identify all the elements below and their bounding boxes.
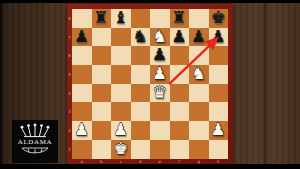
square-b6[interactable] [92, 46, 112, 65]
square-a3[interactable] [72, 102, 92, 121]
square-h5[interactable] [209, 65, 229, 84]
square-f6[interactable] [170, 46, 190, 65]
piece-black-knight: ♞ [131, 28, 151, 47]
file-label-d: d [131, 159, 151, 164]
square-f1[interactable] [170, 140, 190, 159]
square-b5[interactable] [92, 65, 112, 84]
square-d8[interactable] [131, 9, 151, 28]
square-h8[interactable]: ♚ [209, 9, 229, 28]
file-label-c: c [111, 159, 131, 164]
piece-black-bishop: ♝ [111, 9, 131, 28]
square-g8[interactable] [189, 9, 209, 28]
square-f5[interactable] [170, 65, 190, 84]
square-g5[interactable]: ♞ [189, 65, 209, 84]
piece-black-pawn: ♟ [170, 28, 190, 47]
square-h4[interactable] [209, 84, 229, 103]
file-label-b: b [92, 159, 112, 164]
square-b2[interactable] [92, 121, 112, 140]
square-d6[interactable] [131, 46, 151, 65]
piece-white-pawn: ♟ [150, 65, 170, 84]
piece-white-pawn: ♟ [72, 121, 92, 140]
square-f3[interactable] [170, 102, 190, 121]
square-e2[interactable] [150, 121, 170, 140]
square-d1[interactable] [131, 140, 151, 159]
piece-white-knight: ♞ [150, 28, 170, 47]
square-a4[interactable] [72, 84, 92, 103]
square-a1[interactable] [72, 140, 92, 159]
square-g6[interactable] [189, 46, 209, 65]
crown-base-icon [20, 147, 50, 155]
piece-black-pawn: ♟ [72, 28, 92, 47]
piece-black-king: ♚ [209, 9, 229, 28]
square-g3[interactable] [189, 102, 209, 121]
square-e8[interactable] [150, 9, 170, 28]
square-c4[interactable] [111, 84, 131, 103]
square-f8[interactable]: ♜ [170, 9, 190, 28]
square-c8[interactable]: ♝ [111, 9, 131, 28]
square-h2[interactable]: ♟ [209, 121, 229, 140]
square-e5[interactable]: ♟ [150, 65, 170, 84]
letterbox-bar-top [0, 0, 300, 3]
square-d7[interactable]: ♞ [131, 28, 151, 47]
piece-white-pawn: ♟ [209, 121, 229, 140]
square-d4[interactable] [131, 84, 151, 103]
square-a7[interactable]: ♟ [72, 28, 92, 47]
square-h3[interactable] [209, 102, 229, 121]
square-h1[interactable] [209, 140, 229, 159]
square-c2[interactable]: ♟ [111, 121, 131, 140]
square-b4[interactable] [92, 84, 112, 103]
square-d3[interactable] [131, 102, 151, 121]
crown-icon [18, 123, 52, 138]
piece-white-queen: ♛ [150, 84, 170, 103]
square-e4[interactable]: ♛ [150, 84, 170, 103]
square-a6[interactable] [72, 46, 92, 65]
square-c1[interactable]: ♚ [111, 140, 131, 159]
square-e3[interactable] [150, 102, 170, 121]
file-label-h: h [209, 159, 229, 164]
letterbox-bar-bottom [0, 165, 300, 169]
piece-white-pawn: ♟ [111, 121, 131, 140]
square-h6[interactable] [209, 46, 229, 65]
square-e6[interactable]: ♟ [150, 46, 170, 65]
square-e1[interactable] [150, 140, 170, 159]
file-label-a: a [72, 159, 92, 164]
square-b7[interactable] [92, 28, 112, 47]
square-a2[interactable]: ♟ [72, 121, 92, 140]
square-g4[interactable] [189, 84, 209, 103]
piece-black-rook: ♜ [92, 9, 112, 28]
square-b3[interactable] [92, 102, 112, 121]
chess-board-frame: 87654321 abcdefgh ♜♝♜♚♟♞♞♟♟♟♟♟♞♛♟♟♟♚ [67, 4, 233, 164]
square-g2[interactable] [189, 121, 209, 140]
piece-white-king: ♚ [111, 140, 131, 159]
square-d2[interactable] [131, 121, 151, 140]
file-label-e: e [150, 159, 170, 164]
square-a5[interactable] [72, 65, 92, 84]
piece-black-pawn: ♟ [209, 28, 229, 47]
square-a8[interactable] [72, 9, 92, 28]
chess-board: ♜♝♜♚♟♞♞♟♟♟♟♟♞♛♟♟♟♚ [72, 9, 228, 159]
piece-white-knight: ♞ [189, 65, 209, 84]
square-d5[interactable] [131, 65, 151, 84]
square-c5[interactable] [111, 65, 131, 84]
file-label-f: f [170, 159, 190, 164]
file-labels: abcdefgh [72, 159, 228, 164]
video-frame: 87654321 abcdefgh ♜♝♜♚♟♞♞♟♟♟♟♟♞♛♟♟♟♚ [0, 0, 300, 168]
piece-black-pawn: ♟ [150, 46, 170, 65]
square-h7[interactable]: ♟ [209, 28, 229, 47]
square-b8[interactable]: ♜ [92, 9, 112, 28]
square-f4[interactable] [170, 84, 190, 103]
square-b1[interactable] [92, 140, 112, 159]
file-label-g: g [189, 159, 209, 164]
square-e7[interactable]: ♞ [150, 28, 170, 47]
square-g7[interactable]: ♟ [189, 28, 209, 47]
square-c3[interactable] [111, 102, 131, 121]
channel-logo-text: ALDAMA [18, 139, 52, 146]
square-f2[interactable] [170, 121, 190, 140]
piece-black-pawn: ♟ [189, 28, 209, 47]
square-c6[interactable] [111, 46, 131, 65]
channel-logo: ALDAMA [12, 120, 58, 163]
square-f7[interactable]: ♟ [170, 28, 190, 47]
piece-black-rook: ♜ [170, 9, 190, 28]
square-g1[interactable] [189, 140, 209, 159]
square-c7[interactable] [111, 28, 131, 47]
